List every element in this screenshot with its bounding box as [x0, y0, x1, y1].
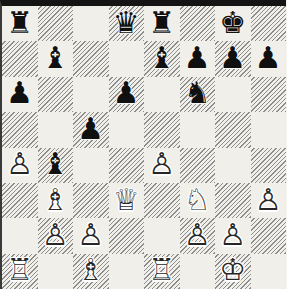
square-a5[interactable]	[2, 112, 38, 147]
square-g1[interactable]: ♔	[215, 254, 251, 289]
square-e3[interactable]	[144, 183, 180, 218]
square-g7[interactable]: ♟	[215, 41, 251, 76]
square-h2[interactable]	[251, 218, 287, 253]
square-h4[interactable]	[251, 148, 287, 183]
square-b1[interactable]	[38, 254, 74, 289]
square-d5[interactable]	[109, 112, 145, 147]
square-g5[interactable]	[215, 112, 251, 147]
white-pawn: ♙	[184, 220, 211, 250]
square-d6[interactable]: ♟	[109, 77, 145, 112]
square-g2[interactable]: ♙	[215, 218, 251, 253]
square-e8[interactable]: ♜	[144, 6, 180, 41]
square-c4[interactable]	[73, 148, 109, 183]
square-d2[interactable]	[109, 218, 145, 253]
white-pawn: ♙	[148, 149, 175, 179]
black-pawn: ♟	[113, 78, 140, 108]
white-pawn: ♙	[6, 149, 33, 179]
square-h1[interactable]	[251, 254, 287, 289]
square-f2[interactable]: ♙	[180, 218, 216, 253]
square-f6[interactable]: ♞	[180, 77, 216, 112]
white-bishop: ♗	[77, 255, 104, 285]
black-bishop: ♝	[42, 43, 69, 73]
square-h5[interactable]	[251, 112, 287, 147]
black-bishop: ♝	[148, 43, 175, 73]
square-f8[interactable]	[180, 6, 216, 41]
square-a3[interactable]	[2, 183, 38, 218]
square-a4[interactable]: ♙	[2, 148, 38, 183]
square-d3[interactable]: ♕	[109, 183, 145, 218]
square-h8[interactable]	[251, 6, 287, 41]
white-knight: ♘	[184, 185, 211, 215]
square-e7[interactable]: ♝	[144, 41, 180, 76]
square-a2[interactable]	[2, 218, 38, 253]
chess-board: ♜♛♜♚♝♝♟♟♟♟♟♞♟♙♝♙♗♕♘♙♙♙♙♙♖♗♖♔	[0, 0, 286, 289]
square-b6[interactable]	[38, 77, 74, 112]
square-a8[interactable]: ♜	[2, 6, 38, 41]
white-pawn: ♙	[77, 220, 104, 250]
square-e4[interactable]: ♙	[144, 148, 180, 183]
black-rook: ♜	[148, 8, 175, 38]
square-e2[interactable]	[144, 218, 180, 253]
square-a6[interactable]: ♟	[2, 77, 38, 112]
black-pawn: ♟	[6, 78, 33, 108]
square-d1[interactable]	[109, 254, 145, 289]
square-c2[interactable]: ♙	[73, 218, 109, 253]
white-pawn: ♙	[255, 185, 282, 215]
square-d7[interactable]	[109, 41, 145, 76]
square-f5[interactable]	[180, 112, 216, 147]
square-h7[interactable]: ♟	[251, 41, 287, 76]
square-h3[interactable]: ♙	[251, 183, 287, 218]
square-h6[interactable]	[251, 77, 287, 112]
square-g4[interactable]	[215, 148, 251, 183]
black-queen: ♛	[113, 8, 140, 38]
square-b5[interactable]	[38, 112, 74, 147]
white-king: ♔	[219, 255, 246, 285]
square-f4[interactable]	[180, 148, 216, 183]
square-c7[interactable]	[73, 41, 109, 76]
white-bishop: ♗	[42, 185, 69, 215]
white-pawn: ♙	[42, 220, 69, 250]
square-c8[interactable]	[73, 6, 109, 41]
square-g6[interactable]	[215, 77, 251, 112]
square-d4[interactable]	[109, 148, 145, 183]
square-g8[interactable]: ♚	[215, 6, 251, 41]
square-c3[interactable]	[73, 183, 109, 218]
black-bishop: ♝	[42, 149, 69, 179]
black-king: ♚	[219, 8, 246, 38]
black-pawn: ♟	[219, 43, 246, 73]
black-knight: ♞	[184, 78, 211, 108]
white-rook: ♖	[6, 255, 33, 285]
square-c1[interactable]: ♗	[73, 254, 109, 289]
white-pawn: ♙	[219, 220, 246, 250]
square-b7[interactable]: ♝	[38, 41, 74, 76]
black-pawn: ♟	[77, 114, 104, 144]
white-rook: ♖	[148, 255, 175, 285]
square-e6[interactable]	[144, 77, 180, 112]
square-e1[interactable]: ♖	[144, 254, 180, 289]
white-queen: ♕	[113, 185, 140, 215]
square-f3[interactable]: ♘	[180, 183, 216, 218]
black-rook: ♜	[6, 8, 33, 38]
square-f7[interactable]: ♟	[180, 41, 216, 76]
black-pawn: ♟	[255, 43, 282, 73]
square-g3[interactable]	[215, 183, 251, 218]
square-e5[interactable]	[144, 112, 180, 147]
square-f1[interactable]	[180, 254, 216, 289]
chess-diagram: ♜♛♜♚♝♝♟♟♟♟♟♞♟♙♝♙♗♕♘♙♙♙♙♙♖♗♖♔	[0, 0, 286, 289]
square-b4[interactable]: ♝	[38, 148, 74, 183]
square-a1[interactable]: ♖	[2, 254, 38, 289]
square-b8[interactable]	[38, 6, 74, 41]
square-c6[interactable]	[73, 77, 109, 112]
square-b2[interactable]: ♙	[38, 218, 74, 253]
black-pawn: ♟	[184, 43, 211, 73]
square-a7[interactable]	[2, 41, 38, 76]
square-d8[interactable]: ♛	[109, 6, 145, 41]
square-c5[interactable]: ♟	[73, 112, 109, 147]
square-b3[interactable]: ♗	[38, 183, 74, 218]
